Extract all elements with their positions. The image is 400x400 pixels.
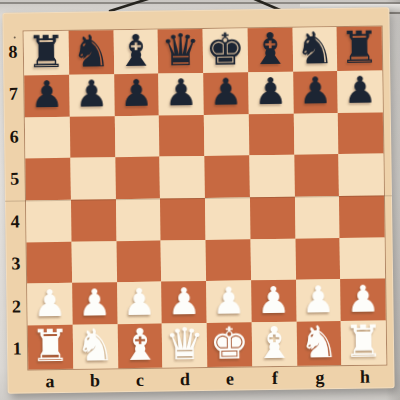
square-a4[interactable] xyxy=(26,200,71,242)
black-pawn-f7[interactable]: ♟ xyxy=(254,73,288,110)
rank-label-7: 7 xyxy=(3,73,24,116)
white-pawn-a2[interactable]: ♟ xyxy=(33,285,67,322)
square-b6[interactable] xyxy=(70,116,115,158)
white-bishop-c1[interactable]: ♝ xyxy=(120,323,160,368)
square-c3[interactable] xyxy=(116,240,161,282)
square-c8[interactable]: ♝ xyxy=(113,30,158,75)
square-f5[interactable] xyxy=(249,155,294,197)
square-b3[interactable] xyxy=(71,241,116,283)
square-e5[interactable] xyxy=(204,156,249,198)
white-pawn-d2[interactable]: ♟ xyxy=(167,283,201,320)
square-e7[interactable]: ♟ xyxy=(203,72,248,114)
black-bishop-f8[interactable]: ♝ xyxy=(250,27,290,72)
white-pawn-e2[interactable]: ♟ xyxy=(212,282,246,319)
square-e3[interactable] xyxy=(206,239,251,281)
rank-label-6: 6 xyxy=(4,115,25,158)
square-f1[interactable]: ♝ xyxy=(251,322,296,367)
square-g6[interactable] xyxy=(293,113,338,155)
square-c6[interactable] xyxy=(114,115,159,157)
square-d5[interactable] xyxy=(160,156,205,198)
square-g7[interactable]: ♟ xyxy=(293,71,338,113)
black-bishop-c8[interactable]: ♝ xyxy=(116,29,156,74)
white-rook-h1[interactable]: ♜ xyxy=(344,319,384,364)
square-g1[interactable]: ♞ xyxy=(296,321,341,366)
square-d3[interactable] xyxy=(161,240,206,282)
rank-label-1: 1 xyxy=(7,328,28,371)
white-pawn-c2[interactable]: ♟ xyxy=(122,283,156,320)
black-pawn-d7[interactable]: ♟ xyxy=(164,74,198,111)
square-d7[interactable]: ♟ xyxy=(158,73,203,115)
black-pawn-c7[interactable]: ♟ xyxy=(120,75,154,112)
white-king-e1[interactable]: ♚ xyxy=(209,321,249,366)
dust-speck xyxy=(14,37,16,39)
file-label-f: f xyxy=(252,367,297,391)
square-c4[interactable] xyxy=(115,199,160,241)
square-d1[interactable]: ♛ xyxy=(162,323,207,368)
file-label-a: a xyxy=(27,370,72,394)
white-knight-b1[interactable]: ♞ xyxy=(75,323,115,368)
square-d4[interactable] xyxy=(160,198,205,240)
chess-board: 87654321 ♜♞♝♛♚♝♞♜♟♟♟♟♟♟♟♟♟♟♟♟♟♟♟♟♜♞♝♛♚♝♞… xyxy=(2,7,394,393)
white-pawn-h2[interactable]: ♟ xyxy=(346,280,380,317)
square-c1[interactable]: ♝ xyxy=(117,324,162,369)
square-h7[interactable]: ♟ xyxy=(337,70,382,112)
square-e4[interactable] xyxy=(205,197,250,239)
rank-label-5: 5 xyxy=(4,158,25,201)
white-pawn-b2[interactable]: ♟ xyxy=(78,284,112,321)
black-pawn-h7[interactable]: ♟ xyxy=(343,72,377,109)
photo-wall-scene: { "game": "chess", "scene": { "descripti… xyxy=(0,0,400,400)
square-f6[interactable] xyxy=(249,113,294,155)
black-queen-d8[interactable]: ♛ xyxy=(160,28,200,73)
square-b8[interactable]: ♞ xyxy=(68,30,113,75)
square-e8[interactable]: ♚ xyxy=(203,28,248,73)
file-label-c: c xyxy=(117,369,162,393)
square-b5[interactable] xyxy=(70,157,115,199)
square-h1[interactable]: ♜ xyxy=(341,320,386,365)
square-e6[interactable] xyxy=(204,114,249,156)
square-f3[interactable] xyxy=(250,238,295,280)
square-g8[interactable]: ♞ xyxy=(292,27,337,72)
square-a3[interactable] xyxy=(27,241,72,283)
square-g5[interactable] xyxy=(294,154,339,196)
black-rook-h8[interactable]: ♜ xyxy=(339,25,379,70)
white-knight-g1[interactable]: ♞ xyxy=(299,320,339,365)
file-label-b: b xyxy=(72,369,117,393)
black-pawn-b7[interactable]: ♟ xyxy=(75,76,109,113)
square-a1[interactable]: ♜ xyxy=(28,325,73,370)
white-pawn-g2[interactable]: ♟ xyxy=(301,281,335,318)
square-h4[interactable] xyxy=(339,195,384,237)
black-king-e8[interactable]: ♚ xyxy=(205,27,245,72)
black-pawn-e7[interactable]: ♟ xyxy=(209,74,243,111)
square-h3[interactable] xyxy=(340,237,385,279)
square-b7[interactable]: ♟ xyxy=(69,74,114,116)
square-e1[interactable]: ♚ xyxy=(207,322,252,367)
white-pawn-f2[interactable]: ♟ xyxy=(257,281,291,318)
black-rook-a8[interactable]: ♜ xyxy=(26,30,66,75)
rank-label-3: 3 xyxy=(6,243,27,286)
file-label-d: d xyxy=(162,368,207,392)
square-c5[interactable] xyxy=(115,157,160,199)
square-a8[interactable]: ♜ xyxy=(24,31,69,76)
black-knight-b8[interactable]: ♞ xyxy=(71,29,111,74)
file-label-h: h xyxy=(342,365,387,389)
square-g4[interactable] xyxy=(294,196,339,238)
black-pawn-g7[interactable]: ♟ xyxy=(299,72,333,109)
square-a7[interactable]: ♟ xyxy=(24,75,69,117)
square-f7[interactable]: ♟ xyxy=(248,72,293,114)
square-h5[interactable] xyxy=(339,154,384,196)
square-h8[interactable]: ♜ xyxy=(337,26,382,71)
square-c7[interactable]: ♟ xyxy=(114,74,159,116)
square-d6[interactable] xyxy=(159,115,204,157)
square-g3[interactable] xyxy=(295,238,340,280)
square-f8[interactable]: ♝ xyxy=(247,28,292,73)
file-label-e: e xyxy=(207,367,252,391)
white-rook-a1[interactable]: ♜ xyxy=(30,324,70,369)
square-f4[interactable] xyxy=(250,197,295,239)
black-pawn-a7[interactable]: ♟ xyxy=(30,76,64,113)
square-b4[interactable] xyxy=(71,199,116,241)
square-a6[interactable] xyxy=(25,116,70,158)
square-d8[interactable]: ♛ xyxy=(158,29,203,74)
square-a5[interactable] xyxy=(25,158,70,200)
white-bishop-f1[interactable]: ♝ xyxy=(254,321,294,366)
square-h6[interactable] xyxy=(338,112,383,154)
file-label-g: g xyxy=(297,366,342,390)
white-queen-d1[interactable]: ♛ xyxy=(165,322,205,367)
square-b1[interactable]: ♞ xyxy=(72,324,117,369)
black-knight-g8[interactable]: ♞ xyxy=(295,26,335,71)
rank-label-4: 4 xyxy=(5,200,26,243)
rank-label-2: 2 xyxy=(6,285,27,328)
